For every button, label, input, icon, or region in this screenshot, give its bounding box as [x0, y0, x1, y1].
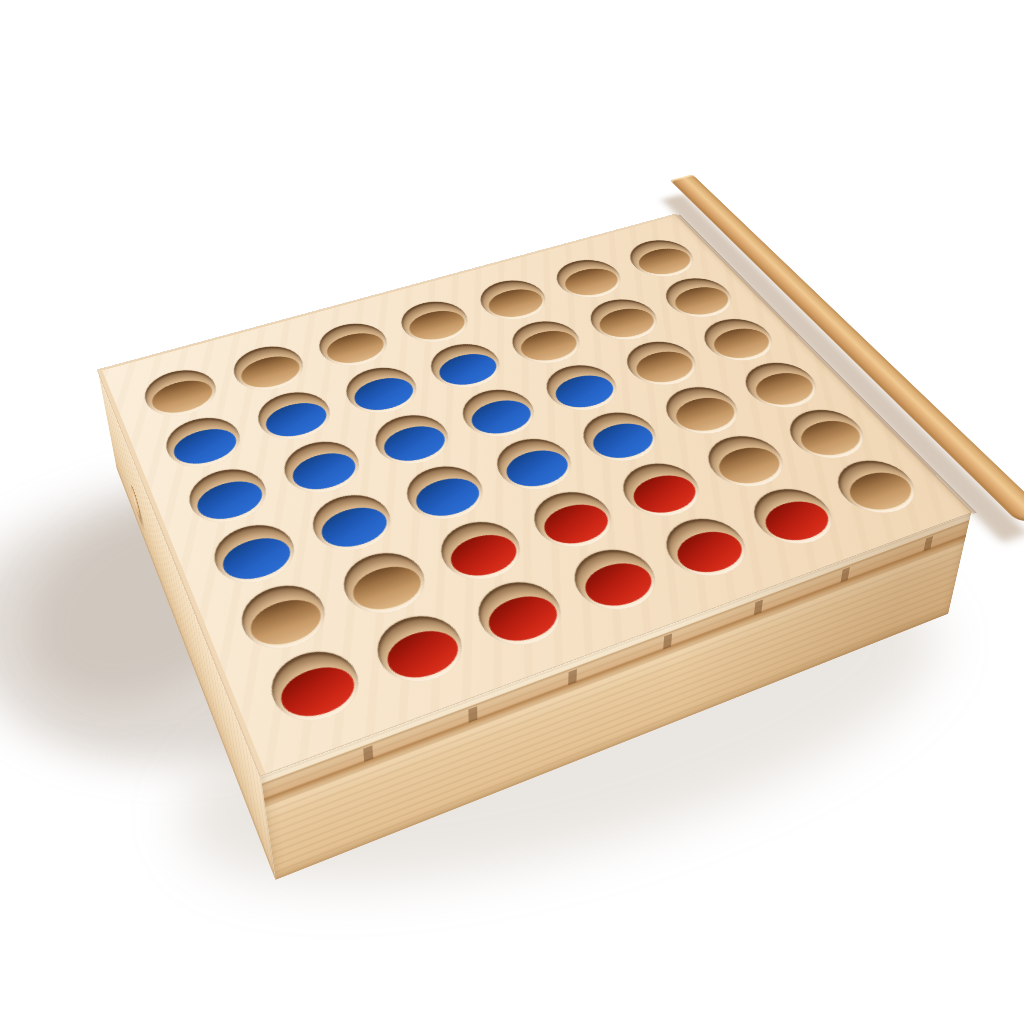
photo-stage [0, 0, 1024, 1024]
connect-four-board [98, 214, 972, 775]
pull-knob [129, 479, 142, 524]
product-photo-canvas [0, 0, 1024, 1024]
